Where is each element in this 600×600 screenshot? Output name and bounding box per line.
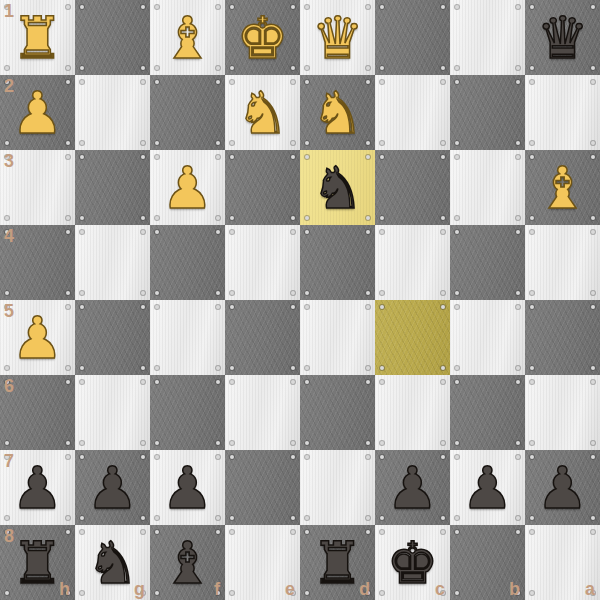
square-e3[interactable] [225, 150, 300, 225]
square-a7[interactable]: ♟ [525, 450, 600, 525]
square-g8[interactable]: g♞ [75, 525, 150, 600]
square-c5[interactable] [375, 300, 450, 375]
square-e1[interactable]: ♚ [225, 0, 300, 75]
square-a6[interactable] [525, 375, 600, 450]
square-e6[interactable] [225, 375, 300, 450]
black-knight-d3[interactable]: ♞ [300, 150, 375, 225]
square-e7[interactable] [225, 450, 300, 525]
square-d1[interactable]: ♛ [300, 0, 375, 75]
square-e4[interactable] [225, 225, 300, 300]
white-pawn-h5[interactable]: ♟ [0, 300, 75, 375]
square-c6[interactable] [375, 375, 450, 450]
square-g1[interactable] [75, 0, 150, 75]
white-pawn-f3[interactable]: ♟ [150, 150, 225, 225]
square-c7[interactable]: ♟ [375, 450, 450, 525]
white-king-e1[interactable]: ♚ [225, 0, 300, 75]
chess-board: 1♜♝♚♛♛2♟♞♞3♟♞♝45♟67♟♟♟♟♟♟8h♜g♞f♝ed♜c♚ba [0, 0, 600, 600]
square-g7[interactable]: ♟ [75, 450, 150, 525]
square-g3[interactable] [75, 150, 150, 225]
square-b2[interactable] [450, 75, 525, 150]
file-label-e: e [285, 579, 295, 600]
black-queen-a1[interactable]: ♛ [525, 0, 600, 75]
square-f8[interactable]: f♝ [150, 525, 225, 600]
square-c4[interactable] [375, 225, 450, 300]
square-c8[interactable]: c♚ [375, 525, 450, 600]
square-h7[interactable]: 7♟ [0, 450, 75, 525]
square-e8[interactable]: e [225, 525, 300, 600]
rank-label-6: 6 [4, 376, 14, 397]
square-d7[interactable] [300, 450, 375, 525]
square-a3[interactable]: ♝ [525, 150, 600, 225]
black-pawn-a7[interactable]: ♟ [525, 450, 600, 525]
square-h6[interactable]: 6 [0, 375, 75, 450]
square-g2[interactable] [75, 75, 150, 150]
square-d8[interactable]: d♜ [300, 525, 375, 600]
square-h4[interactable]: 4 [0, 225, 75, 300]
rank-label-4: 4 [4, 226, 14, 247]
square-h1[interactable]: 1♜ [0, 0, 75, 75]
black-pawn-f7[interactable]: ♟ [150, 450, 225, 525]
black-pawn-c7[interactable]: ♟ [375, 450, 450, 525]
square-b6[interactable] [450, 375, 525, 450]
black-pawn-g7[interactable]: ♟ [75, 450, 150, 525]
square-f7[interactable]: ♟ [150, 450, 225, 525]
white-rook-h1[interactable]: ♜ [0, 0, 75, 75]
black-bishop-f8[interactable]: ♝ [150, 525, 225, 600]
square-b1[interactable] [450, 0, 525, 75]
black-king-c8[interactable]: ♚ [375, 525, 450, 600]
square-h5[interactable]: 5♟ [0, 300, 75, 375]
square-b7[interactable]: ♟ [450, 450, 525, 525]
white-bishop-a3[interactable]: ♝ [525, 150, 600, 225]
file-label-a: a [585, 579, 595, 600]
square-g4[interactable] [75, 225, 150, 300]
square-d2[interactable]: ♞ [300, 75, 375, 150]
white-knight-d2[interactable]: ♞ [300, 75, 375, 150]
square-d5[interactable] [300, 300, 375, 375]
square-c2[interactable] [375, 75, 450, 150]
black-pawn-b7[interactable]: ♟ [450, 450, 525, 525]
square-d3[interactable]: ♞ [300, 150, 375, 225]
black-rook-d8[interactable]: ♜ [300, 525, 375, 600]
square-a8[interactable]: a [525, 525, 600, 600]
black-pawn-h7[interactable]: ♟ [0, 450, 75, 525]
square-b3[interactable] [450, 150, 525, 225]
square-f1[interactable]: ♝ [150, 0, 225, 75]
white-bishop-f1[interactable]: ♝ [150, 0, 225, 75]
square-b4[interactable] [450, 225, 525, 300]
square-b8[interactable]: b [450, 525, 525, 600]
square-c1[interactable] [375, 0, 450, 75]
square-d4[interactable] [300, 225, 375, 300]
square-d6[interactable] [300, 375, 375, 450]
rank-label-3: 3 [4, 151, 14, 172]
square-e5[interactable] [225, 300, 300, 375]
white-pawn-h2[interactable]: ♟ [0, 75, 75, 150]
square-f5[interactable] [150, 300, 225, 375]
square-f4[interactable] [150, 225, 225, 300]
square-h2[interactable]: 2♟ [0, 75, 75, 150]
square-g5[interactable] [75, 300, 150, 375]
black-knight-g8[interactable]: ♞ [75, 525, 150, 600]
file-label-b: b [509, 579, 520, 600]
square-a4[interactable] [525, 225, 600, 300]
black-rook-h8[interactable]: ♜ [0, 525, 75, 600]
square-b5[interactable] [450, 300, 525, 375]
square-f6[interactable] [150, 375, 225, 450]
square-g6[interactable] [75, 375, 150, 450]
white-knight-e2[interactable]: ♞ [225, 75, 300, 150]
square-e2[interactable]: ♞ [225, 75, 300, 150]
white-queen-d1[interactable]: ♛ [300, 0, 375, 75]
square-f2[interactable] [150, 75, 225, 150]
square-f3[interactable]: ♟ [150, 150, 225, 225]
square-c3[interactable] [375, 150, 450, 225]
square-h3[interactable]: 3 [0, 150, 75, 225]
square-a5[interactable] [525, 300, 600, 375]
square-h8[interactable]: 8h♜ [0, 525, 75, 600]
square-a2[interactable] [525, 75, 600, 150]
square-a1[interactable]: ♛ [525, 0, 600, 75]
